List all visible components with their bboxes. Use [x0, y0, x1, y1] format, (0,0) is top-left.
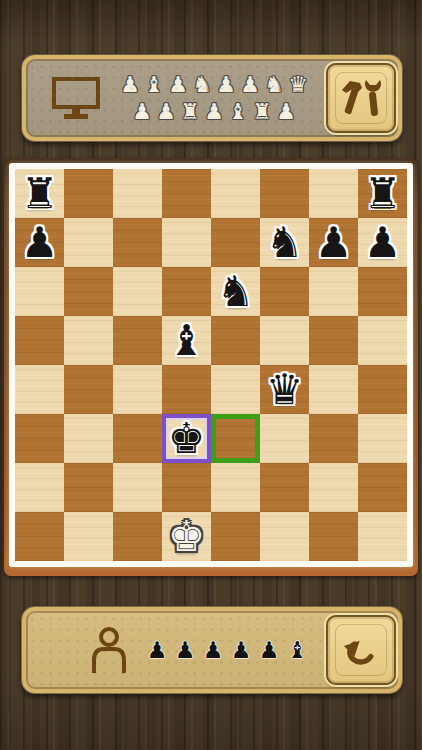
- captured-white-bishop: ♝: [142, 71, 166, 98]
- square-d8[interactable]: [162, 169, 211, 218]
- square-h4[interactable]: [358, 365, 407, 414]
- square-f2[interactable]: [260, 463, 309, 512]
- captured-white-row-1: ♟♝♟♞♟♟♞♛: [118, 71, 310, 98]
- square-f3[interactable]: [260, 414, 309, 463]
- captured-white-pawn: ♟: [166, 71, 190, 98]
- square-a5[interactable]: [15, 316, 64, 365]
- square-c8[interactable]: [113, 169, 162, 218]
- square-f7[interactable]: ♞: [260, 218, 309, 267]
- black-pawn-h7: ♟: [364, 218, 402, 267]
- captured-white-knight: ♞: [190, 71, 214, 98]
- computer-player-panel: ♟♝♟♞♟♟♞♛ ♟♟♜♟♝♜♟: [21, 54, 403, 142]
- hammer-wrench-icon: [340, 78, 382, 118]
- square-d7[interactable]: [162, 218, 211, 267]
- white-king-d1: ♚: [168, 512, 206, 561]
- square-g4[interactable]: [309, 365, 358, 414]
- square-a1[interactable]: [15, 512, 64, 561]
- black-knight-e6: ♞: [217, 267, 255, 316]
- captured-white-bishop: ♝: [226, 98, 250, 125]
- square-f1[interactable]: [260, 512, 309, 561]
- captured-white-rook: ♜: [178, 98, 202, 125]
- square-e5[interactable]: [211, 316, 260, 365]
- square-h1[interactable]: [358, 512, 407, 561]
- square-b7[interactable]: [64, 218, 113, 267]
- square-b4[interactable]: [64, 365, 113, 414]
- square-b3[interactable]: [64, 414, 113, 463]
- settings-button[interactable]: [326, 63, 396, 133]
- black-king-d3: ♚: [168, 414, 206, 463]
- black-knight-f7: ♞: [266, 218, 304, 267]
- square-c1[interactable]: [113, 512, 162, 561]
- square-b5[interactable]: [64, 316, 113, 365]
- square-h6[interactable]: [358, 267, 407, 316]
- square-d6[interactable]: [162, 267, 211, 316]
- captured-white-pawn: ♟: [118, 71, 142, 98]
- square-a8[interactable]: ♜: [15, 169, 64, 218]
- square-g8[interactable]: [309, 169, 358, 218]
- undo-arrow-icon: [339, 629, 383, 671]
- human-player-icon-wrap: [86, 627, 128, 673]
- square-e2[interactable]: [211, 463, 260, 512]
- square-c6[interactable]: [113, 267, 162, 316]
- black-pawn-a7: ♟: [21, 218, 59, 267]
- human-player-panel: ♟♟♟♟♟♝: [21, 606, 403, 694]
- square-a7[interactable]: ♟: [15, 218, 64, 267]
- captured-white-knight: ♞: [262, 71, 286, 98]
- square-b6[interactable]: [64, 267, 113, 316]
- captured-black-pawn: ♟: [143, 637, 171, 664]
- black-rook-h8: ♜: [364, 169, 402, 218]
- square-d4[interactable]: [162, 365, 211, 414]
- square-g3[interactable]: [309, 414, 358, 463]
- square-h8[interactable]: ♜: [358, 169, 407, 218]
- monitor-icon: [50, 76, 102, 120]
- square-h2[interactable]: [358, 463, 407, 512]
- board-bevel-frame: ♜♜♟♞♟♟♞♝♛♚♚: [4, 158, 418, 576]
- captured-black-pawn: ♟: [199, 637, 227, 664]
- captured-white-queen: ♛: [286, 71, 310, 98]
- black-rook-a8: ♜: [21, 169, 59, 218]
- captured-white-pawn: ♟: [154, 98, 178, 125]
- square-g6[interactable]: [309, 267, 358, 316]
- square-e1[interactable]: [211, 512, 260, 561]
- square-d3[interactable]: ♚: [162, 414, 211, 463]
- square-e3[interactable]: [211, 414, 260, 463]
- square-h3[interactable]: [358, 414, 407, 463]
- black-queen-f4: ♛: [266, 365, 304, 414]
- black-bishop-d5: ♝: [168, 316, 206, 365]
- square-b2[interactable]: [64, 463, 113, 512]
- square-f4[interactable]: ♛: [260, 365, 309, 414]
- square-h5[interactable]: [358, 316, 407, 365]
- square-d1[interactable]: ♚: [162, 512, 211, 561]
- captured-white-pawn: ♟: [202, 98, 226, 125]
- square-g7[interactable]: ♟: [309, 218, 358, 267]
- captured-black-pieces-tray: ♟♟♟♟♟♝: [128, 637, 326, 664]
- square-c4[interactable]: [113, 365, 162, 414]
- captured-black-row: ♟♟♟♟♟♝: [143, 637, 311, 664]
- square-c5[interactable]: [113, 316, 162, 365]
- captured-white-pieces-tray: ♟♝♟♞♟♟♞♛ ♟♟♜♟♝♜♟: [102, 71, 326, 125]
- square-a4[interactable]: [15, 365, 64, 414]
- captured-white-row-2: ♟♟♜♟♝♜♟: [130, 98, 298, 125]
- square-g2[interactable]: [309, 463, 358, 512]
- square-f5[interactable]: [260, 316, 309, 365]
- square-d2[interactable]: [162, 463, 211, 512]
- square-a3[interactable]: [15, 414, 64, 463]
- captured-white-pawn: ♟: [130, 98, 154, 125]
- square-d5[interactable]: ♝: [162, 316, 211, 365]
- black-pawn-g7: ♟: [315, 218, 353, 267]
- captured-black-bishop: ♝: [283, 637, 311, 664]
- square-e8[interactable]: [211, 169, 260, 218]
- square-a6[interactable]: [15, 267, 64, 316]
- square-a2[interactable]: [15, 463, 64, 512]
- captured-black-pawn: ♟: [171, 637, 199, 664]
- square-h7[interactable]: ♟: [358, 218, 407, 267]
- captured-white-pawn: ♟: [214, 71, 238, 98]
- square-f8[interactable]: [260, 169, 309, 218]
- captured-black-pawn: ♟: [227, 637, 255, 664]
- square-f6[interactable]: [260, 267, 309, 316]
- captured-white-rook: ♜: [250, 98, 274, 125]
- board-white-frame: ♜♜♟♞♟♟♞♝♛♚♚: [9, 163, 413, 567]
- undo-button[interactable]: [326, 615, 396, 685]
- captured-white-pawn: ♟: [238, 71, 262, 98]
- square-g5[interactable]: [309, 316, 358, 365]
- captured-white-pawn: ♟: [274, 98, 298, 125]
- person-icon: [86, 627, 128, 673]
- square-b1[interactable]: [64, 512, 113, 561]
- square-g1[interactable]: [309, 512, 358, 561]
- square-c2[interactable]: [113, 463, 162, 512]
- square-e7[interactable]: [211, 218, 260, 267]
- square-c3[interactable]: [113, 414, 162, 463]
- square-e6[interactable]: ♞: [211, 267, 260, 316]
- computer-player-icon-wrap: [50, 76, 102, 120]
- captured-black-pawn: ♟: [255, 637, 283, 664]
- chess-board: ♜♜♟♞♟♟♞♝♛♚♚: [15, 169, 407, 561]
- square-b8[interactable]: [64, 169, 113, 218]
- square-e4[interactable]: [211, 365, 260, 414]
- square-c7[interactable]: [113, 218, 162, 267]
